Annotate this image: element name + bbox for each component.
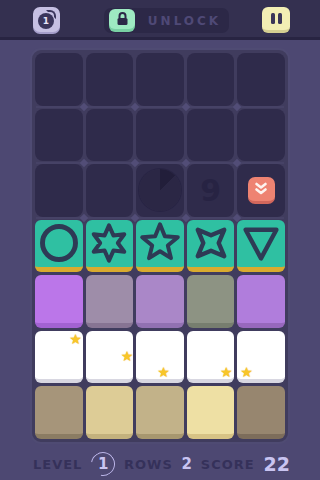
tile-white-1[interactable]: ★ <box>35 331 83 384</box>
tile-purple-bright[interactable] <box>35 275 83 328</box>
game-board: 9 <box>30 48 290 444</box>
tile-purple-medium[interactable] <box>136 275 184 328</box>
cell-r3c3 <box>136 164 184 217</box>
tile-tan-light[interactable] <box>86 386 134 439</box>
score-value: 22 <box>264 453 290 475</box>
tile-shape-star4[interactable] <box>187 220 235 273</box>
star-icon: ★ <box>69 332 82 346</box>
cell-r3c4: 9 <box>187 164 235 217</box>
six-point-star-icon <box>87 221 131 265</box>
tile-shape-star6[interactable] <box>86 220 134 273</box>
level-label: LEVEL <box>33 457 82 472</box>
drop-row-button[interactable] <box>248 177 275 204</box>
tile-white-3[interactable]: ★ <box>136 331 184 384</box>
cell-r1c3[interactable] <box>136 53 184 106</box>
level-progress-ring: 1 <box>91 452 115 476</box>
four-point-star-icon <box>189 221 233 265</box>
tile-white-2[interactable]: ★ <box>86 331 134 384</box>
pie-timer-icon <box>139 169 181 211</box>
triangle-shape-icon <box>239 221 283 265</box>
pause-icon <box>271 13 275 24</box>
status-bar: LEVEL 1 ROWS 2 SCORE 22 <box>0 448 320 480</box>
top-bar: 1 UNLOCK <box>0 0 320 40</box>
five-point-star-icon <box>138 221 182 265</box>
cell-r2c3[interactable] <box>136 109 184 162</box>
lock-icon <box>116 11 129 27</box>
cell-r3c1[interactable] <box>35 164 83 217</box>
cell-r3c2[interactable] <box>86 164 134 217</box>
tile-purple-gray[interactable] <box>86 275 134 328</box>
cell-r1c2[interactable] <box>86 53 134 106</box>
pause-button[interactable] <box>262 7 290 33</box>
tile-shape-star5[interactable] <box>136 220 184 273</box>
lock-button[interactable] <box>109 9 135 29</box>
star-icon: ★ <box>157 365 170 379</box>
star-icon: ★ <box>220 365 233 379</box>
cell-r2c1[interactable] <box>35 109 83 162</box>
level-value: 1 <box>98 455 108 473</box>
countdown-number: 9 <box>200 173 221 208</box>
tile-white-5[interactable]: ★ <box>237 331 285 384</box>
tile-shape-triangle[interactable] <box>237 220 285 273</box>
bomb-fuse-icon <box>46 10 56 19</box>
tile-white-4[interactable]: ★ <box>187 331 235 384</box>
tile-tan-medium[interactable] <box>136 386 184 439</box>
tile-tan-dark[interactable] <box>35 386 83 439</box>
star-icon: ★ <box>240 365 253 379</box>
bomb-button[interactable]: 1 <box>33 7 60 32</box>
score-label: SCORE <box>201 457 255 472</box>
board-grid: 9 <box>35 53 285 439</box>
tile-purple-orchid[interactable] <box>237 275 285 328</box>
circle-shape-icon <box>37 221 81 265</box>
star-icon: ★ <box>121 349 134 363</box>
tile-tan-gray[interactable] <box>237 386 285 439</box>
cell-r1c4[interactable] <box>187 53 235 106</box>
tile-gray-green[interactable] <box>187 275 235 328</box>
tile-tan-cream[interactable] <box>187 386 235 439</box>
cell-r3c5 <box>237 164 285 217</box>
unlock-bar[interactable]: UNLOCK <box>104 8 229 33</box>
tile-shape-circle[interactable] <box>35 220 83 273</box>
double-chevron-down-icon <box>253 182 269 196</box>
cell-r1c5[interactable] <box>237 53 285 106</box>
unlock-label: UNLOCK <box>140 8 229 33</box>
cell-r2c2[interactable] <box>86 109 134 162</box>
rows-value: 2 <box>182 455 192 473</box>
cell-r1c1[interactable] <box>35 53 83 106</box>
rows-label: ROWS <box>124 457 173 472</box>
cell-r2c5[interactable] <box>237 109 285 162</box>
cell-r2c4[interactable] <box>187 109 235 162</box>
